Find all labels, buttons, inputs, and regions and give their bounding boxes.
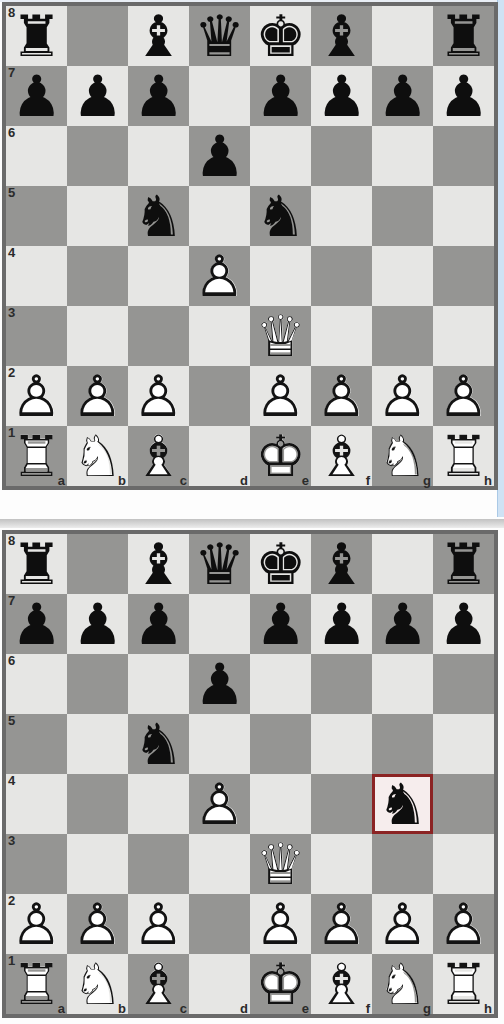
piece-white-pawn: ♟♙ [67,366,128,426]
piece-outline: ♕ [250,306,311,366]
piece-white-pawn: ♟♙ [250,366,311,426]
square-d4[interactable]: ♟♙ [189,774,250,834]
square-f3[interactable] [311,306,372,366]
file-label-h: h [484,473,492,488]
square-h7[interactable]: ♟ [433,66,494,126]
square-h5[interactable] [433,714,494,774]
square-c4[interactable] [128,774,189,834]
file-label-a: a [58,1001,65,1016]
scrollbar-strip [497,0,504,517]
piece-fill: ♟ [250,366,311,426]
piece-fill: ♟ [128,366,189,426]
piece-white-bishop: ♝♗ [311,954,372,1014]
rank-label-3: 3 [8,305,15,320]
square-g2[interactable]: ♟♙ [372,894,433,954]
piece-glyph: ♛ [189,6,250,66]
square-a4[interactable]: 4 [6,774,67,834]
piece-glyph: ♟ [128,66,189,126]
square-d5[interactable] [189,186,250,246]
square-d4[interactable]: ♟♙ [189,246,250,306]
file-label-d: d [240,1001,248,1016]
piece-fill: ♟ [433,366,494,426]
piece-glyph: ♟ [433,66,494,126]
piece-glyph: ♜ [433,534,494,594]
square-g8[interactable] [372,6,433,66]
square-e7[interactable]: ♟ [250,594,311,654]
piece-white-pawn: ♟♙ [189,774,250,834]
piece-glyph: ♟ [311,594,372,654]
square-h4[interactable] [433,246,494,306]
square-a6[interactable]: 6 [6,126,67,186]
piece-black-pawn: ♟ [67,66,128,126]
piece-white-pawn: ♟♙ [372,366,433,426]
piece-glyph: ♞ [372,774,433,834]
square-c3[interactable] [128,834,189,894]
piece-outline: ♙ [67,894,128,954]
piece-glyph: ♟ [250,594,311,654]
square-e8[interactable]: ♚ [250,6,311,66]
square-g3[interactable] [372,834,433,894]
piece-glyph: ♟ [189,654,250,714]
square-a7[interactable]: ♟7 [6,66,67,126]
square-f1[interactable]: ♝♗f [311,954,372,1014]
square-g4[interactable]: ♞ [372,774,433,834]
square-c8[interactable]: ♝ [128,6,189,66]
piece-black-pawn: ♟ [433,66,494,126]
square-a2[interactable]: ♟♙2 [6,366,67,426]
square-g3[interactable] [372,306,433,366]
piece-black-bishop: ♝ [128,6,189,66]
square-h1[interactable]: ♜♖h [433,426,494,486]
square-e6[interactable] [250,126,311,186]
file-label-b: b [118,473,126,488]
square-a4[interactable]: 4 [6,246,67,306]
square-g1[interactable]: ♞♘g [372,426,433,486]
square-e2[interactable]: ♟♙ [250,366,311,426]
piece-black-rook: ♜ [433,6,494,66]
piece-fill: ♟ [189,246,250,306]
square-c1[interactable]: ♝♗c [128,426,189,486]
rank-label-8: 8 [8,533,15,548]
rank-label-4: 4 [8,245,15,260]
square-c6[interactable] [128,654,189,714]
square-b6[interactable] [67,654,128,714]
square-g5[interactable] [372,714,433,774]
piece-black-pawn: ♟ [67,594,128,654]
square-d7[interactable] [189,594,250,654]
square-e6[interactable] [250,654,311,714]
piece-fill: ♟ [67,894,128,954]
square-f4[interactable] [311,774,372,834]
square-c6[interactable] [128,126,189,186]
square-h8[interactable]: ♜ [433,534,494,594]
rank-label-7: 7 [8,65,15,80]
square-e2[interactable]: ♟♙ [250,894,311,954]
file-label-h: h [484,1001,492,1016]
rank-label-2: 2 [8,365,15,380]
square-b8[interactable] [67,534,128,594]
piece-glyph: ♟ [128,594,189,654]
piece-outline: ♙ [189,246,250,306]
square-d2[interactable] [189,894,250,954]
rank-label-4: 4 [8,773,15,788]
rank-label-1: 1 [8,425,15,440]
file-label-c: c [180,1001,187,1016]
piece-black-pawn: ♟ [372,66,433,126]
square-c5[interactable]: ♞ [128,186,189,246]
rank-label-2: 2 [8,893,15,908]
piece-black-pawn: ♟ [250,594,311,654]
square-a6[interactable]: 6 [6,654,67,714]
square-c7[interactable]: ♟ [128,66,189,126]
piece-black-bishop: ♝ [311,534,372,594]
square-b5[interactable] [67,186,128,246]
file-label-a: a [58,473,65,488]
square-f8[interactable]: ♝ [311,6,372,66]
file-label-g: g [423,1001,431,1016]
piece-white-pawn: ♟♙ [189,246,250,306]
piece-black-bishop: ♝ [311,6,372,66]
square-b1[interactable]: ♞♘b [67,426,128,486]
piece-black-knight: ♞ [128,714,189,774]
piece-white-pawn: ♟♙ [67,894,128,954]
square-a7[interactable]: ♟7 [6,594,67,654]
piece-fill: ♟ [189,774,250,834]
piece-white-queen: ♛♕ [250,306,311,366]
piece-outline: ♙ [372,366,433,426]
square-f6[interactable] [311,126,372,186]
piece-fill: ♟ [433,894,494,954]
piece-fill: ♟ [372,894,433,954]
square-e1[interactable]: ♚♔e [250,426,311,486]
piece-outline: ♗ [311,954,372,1014]
square-h4[interactable] [433,774,494,834]
square-b3[interactable] [67,306,128,366]
square-b2[interactable]: ♟♙ [67,894,128,954]
square-b7[interactable]: ♟ [67,594,128,654]
piece-white-bishop: ♝♗ [311,426,372,486]
piece-outline: ♙ [128,366,189,426]
piece-glyph: ♝ [128,534,189,594]
piece-fill: ♟ [67,366,128,426]
square-b7[interactable]: ♟ [67,66,128,126]
square-b2[interactable]: ♟♙ [67,366,128,426]
square-c2[interactable]: ♟♙ [128,366,189,426]
square-a8[interactable]: ♜8 [6,6,67,66]
piece-outline: ♙ [250,894,311,954]
square-e4[interactable] [250,774,311,834]
square-f1[interactable]: ♝♗f [311,426,372,486]
square-e3[interactable]: ♛♕ [250,306,311,366]
square-c1[interactable]: ♝♗c [128,954,189,1014]
piece-outline: ♙ [311,366,372,426]
piece-fill: ♟ [372,366,433,426]
square-h6[interactable] [433,654,494,714]
square-h8[interactable]: ♜ [433,6,494,66]
square-b3[interactable] [67,834,128,894]
square-h2[interactable]: ♟♙ [433,366,494,426]
square-d3[interactable] [189,834,250,894]
piece-black-pawn: ♟ [189,654,250,714]
piece-white-pawn: ♟♙ [250,894,311,954]
piece-fill: ♝ [311,426,372,486]
piece-black-knight: ♞ [250,186,311,246]
square-h2[interactable]: ♟♙ [433,894,494,954]
piece-black-queen: ♛ [189,6,250,66]
square-a5[interactable]: 5 [6,714,67,774]
square-h6[interactable] [433,126,494,186]
file-label-b: b [118,1001,126,1016]
piece-black-rook: ♜ [433,534,494,594]
square-a8[interactable]: ♜8 [6,534,67,594]
piece-glyph: ♛ [189,534,250,594]
piece-outline: ♙ [67,366,128,426]
square-b4[interactable] [67,774,128,834]
piece-black-pawn: ♟ [128,594,189,654]
file-label-f: f [366,473,370,488]
square-e1[interactable]: ♚♔e [250,954,311,1014]
chessboard-position-1: ♜8♝♛♚♝♜♟7♟♟♟♟♟♟6♟5♞♞4♟♙3♛♕♟♙2♟♙♟♙♟♙♟♙♟♙♟… [2,2,498,490]
square-d8[interactable]: ♛ [189,534,250,594]
piece-outline: ♙ [189,774,250,834]
piece-glyph: ♟ [67,594,128,654]
square-g2[interactable]: ♟♙ [372,366,433,426]
piece-black-bishop: ♝ [128,534,189,594]
file-label-f: f [366,1001,370,1016]
piece-outline: ♕ [250,834,311,894]
square-f7[interactable]: ♟ [311,594,372,654]
piece-black-pawn: ♟ [189,126,250,186]
piece-glyph: ♟ [372,594,433,654]
square-a1[interactable]: ♜♖1a [6,954,67,1014]
square-f8[interactable]: ♝ [311,534,372,594]
square-d8[interactable]: ♛ [189,6,250,66]
piece-fill: ♛ [250,306,311,366]
piece-black-pawn: ♟ [433,594,494,654]
piece-glyph: ♞ [128,714,189,774]
square-f7[interactable]: ♟ [311,66,372,126]
square-h3[interactable] [433,306,494,366]
square-d2[interactable] [189,366,250,426]
rank-label-3: 3 [8,833,15,848]
square-f2[interactable]: ♟♙ [311,894,372,954]
piece-black-pawn: ♟ [311,594,372,654]
file-label-d: d [240,473,248,488]
piece-glyph: ♚ [250,6,311,66]
rank-label-5: 5 [8,713,15,728]
rank-label-7: 7 [8,593,15,608]
piece-fill: ♝ [311,954,372,1014]
square-g6[interactable] [372,654,433,714]
piece-black-pawn: ♟ [372,594,433,654]
file-label-g: g [423,473,431,488]
piece-black-pawn: ♟ [311,66,372,126]
square-e8[interactable]: ♚ [250,534,311,594]
piece-white-pawn: ♟♙ [433,366,494,426]
square-g4[interactable] [372,246,433,306]
square-b1[interactable]: ♞♘b [67,954,128,1014]
piece-fill: ♟ [311,366,372,426]
piece-glyph: ♞ [250,186,311,246]
square-c2[interactable]: ♟♙ [128,894,189,954]
square-c7[interactable]: ♟ [128,594,189,654]
square-d1[interactable]: d [189,954,250,1014]
square-f6[interactable] [311,654,372,714]
piece-outline: ♗ [311,426,372,486]
square-f5[interactable] [311,186,372,246]
chessboard-position-2: ♜8♝♛♚♝♜♟7♟♟♟♟♟♟6♟5♞4♟♙♞3♛♕♟♙2♟♙♟♙♟♙♟♙♟♙♟… [2,530,498,1018]
rank-label-5: 5 [8,185,15,200]
square-b5[interactable] [67,714,128,774]
rank-label-6: 6 [8,653,15,668]
square-d6[interactable]: ♟ [189,654,250,714]
file-label-e: e [302,1001,309,1016]
piece-outline: ♙ [250,366,311,426]
piece-outline: ♙ [372,894,433,954]
piece-black-knight: ♞ [128,186,189,246]
square-f4[interactable] [311,246,372,306]
piece-glyph: ♝ [311,6,372,66]
piece-white-queen: ♛♕ [250,834,311,894]
square-a3[interactable]: 3 [6,306,67,366]
square-d3[interactable] [189,306,250,366]
square-e7[interactable]: ♟ [250,66,311,126]
square-h5[interactable] [433,186,494,246]
piece-glyph: ♜ [433,6,494,66]
square-d5[interactable] [189,714,250,774]
piece-fill: ♛ [250,834,311,894]
piece-black-queen: ♛ [189,534,250,594]
piece-glyph: ♟ [189,126,250,186]
piece-glyph: ♝ [128,6,189,66]
square-f2[interactable]: ♟♙ [311,366,372,426]
piece-white-pawn: ♟♙ [433,894,494,954]
piece-fill: ♟ [250,894,311,954]
rank-label-6: 6 [8,125,15,140]
square-h7[interactable]: ♟ [433,594,494,654]
piece-glyph: ♞ [128,186,189,246]
piece-fill: ♟ [311,894,372,954]
square-b4[interactable] [67,246,128,306]
piece-black-pawn: ♟ [128,66,189,126]
piece-glyph: ♟ [372,66,433,126]
file-label-e: e [302,473,309,488]
square-e5[interactable]: ♞ [250,186,311,246]
square-g1[interactable]: ♞♘g [372,954,433,1014]
square-a5[interactable]: 5 [6,186,67,246]
piece-fill: ♟ [128,894,189,954]
piece-outline: ♙ [128,894,189,954]
square-g5[interactable] [372,186,433,246]
square-a3[interactable]: 3 [6,834,67,894]
square-b6[interactable] [67,126,128,186]
piece-black-king: ♚ [250,6,311,66]
square-g8[interactable] [372,534,433,594]
file-label-c: c [180,473,187,488]
square-d7[interactable] [189,66,250,126]
square-h1[interactable]: ♜♖h [433,954,494,1014]
square-c5[interactable]: ♞ [128,714,189,774]
square-g7[interactable]: ♟ [372,66,433,126]
section-separator [0,519,504,528]
square-c8[interactable]: ♝ [128,534,189,594]
piece-black-knight: ♞ [372,774,433,834]
rank-label-8: 8 [8,5,15,20]
piece-glyph: ♟ [250,66,311,126]
square-f3[interactable] [311,834,372,894]
piece-outline: ♙ [311,894,372,954]
square-c4[interactable] [128,246,189,306]
piece-white-pawn: ♟♙ [128,894,189,954]
square-a1[interactable]: ♜♖1a [6,426,67,486]
square-a2[interactable]: ♟♙2 [6,894,67,954]
piece-black-pawn: ♟ [250,66,311,126]
square-g6[interactable] [372,126,433,186]
square-d6[interactable]: ♟ [189,126,250,186]
square-e3[interactable]: ♛♕ [250,834,311,894]
square-d1[interactable]: d [189,426,250,486]
piece-glyph: ♟ [433,594,494,654]
piece-black-king: ♚ [250,534,311,594]
piece-glyph: ♝ [311,534,372,594]
piece-outline: ♙ [433,894,494,954]
square-e4[interactable] [250,246,311,306]
piece-glyph: ♟ [311,66,372,126]
piece-glyph: ♟ [67,66,128,126]
piece-white-pawn: ♟♙ [128,366,189,426]
square-f5[interactable] [311,714,372,774]
piece-white-pawn: ♟♙ [311,894,372,954]
piece-white-pawn: ♟♙ [311,366,372,426]
piece-white-pawn: ♟♙ [372,894,433,954]
square-b8[interactable] [67,6,128,66]
square-g7[interactable]: ♟ [372,594,433,654]
piece-outline: ♙ [433,366,494,426]
square-h3[interactable] [433,834,494,894]
square-e5[interactable] [250,714,311,774]
rank-label-1: 1 [8,953,15,968]
piece-glyph: ♚ [250,534,311,594]
square-c3[interactable] [128,306,189,366]
